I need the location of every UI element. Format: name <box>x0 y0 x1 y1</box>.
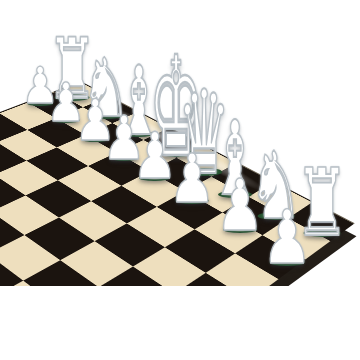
white-rook-piece: ♜ <box>47 43 97 99</box>
white-pawn-piece: ♟ <box>133 129 178 179</box>
white-bishop-piece: ♝ <box>211 142 259 196</box>
king-glyph: ♚ <box>149 38 203 176</box>
white-crop-mask <box>0 286 360 360</box>
pawn-glyph: ♟ <box>21 61 59 111</box>
pawn-glyph: ♟ <box>169 145 216 213</box>
pawn-glyph: ♟ <box>102 108 145 168</box>
white-pawn-piece: ♟ <box>262 208 312 264</box>
white-pawn-piece: ♟ <box>21 62 59 104</box>
pawn-glyph: ♟ <box>133 125 178 189</box>
pawn-glyph: ♟ <box>262 201 312 275</box>
pawn-glyph: ♟ <box>46 75 85 129</box>
rook-glyph: ♜ <box>295 156 349 249</box>
white-pawn-piece: ♟ <box>46 77 85 121</box>
white-queen-piece: ♛ <box>178 116 230 174</box>
white-knight-piece: ♞ <box>249 158 303 218</box>
white-pawn-piece: ♟ <box>74 94 115 140</box>
queen-glyph: ♛ <box>178 75 230 191</box>
white-king-piece: ♚ <box>149 95 203 155</box>
rook-glyph: ♜ <box>47 28 97 112</box>
white-knight-piece: ♞ <box>82 63 130 117</box>
white-pawn-piece: ♟ <box>169 150 216 202</box>
bishop-glyph: ♝ <box>117 54 162 149</box>
pawn-glyph: ♟ <box>74 92 115 149</box>
white-bishop-piece: ♝ <box>117 85 162 135</box>
white-pawn-piece: ♟ <box>102 111 145 159</box>
knight-glyph: ♞ <box>82 48 130 129</box>
bishop-glyph: ♝ <box>211 109 259 212</box>
white-rook-piece: ♜ <box>295 175 349 235</box>
chess-set-product-photo: ♜♟♞♟♝♟♚♟♛♟♝♟♞♟♜♟ <box>0 0 360 360</box>
knight-glyph: ♞ <box>249 139 303 232</box>
pawn-glyph: ♟ <box>216 170 264 241</box>
white-pawn-piece: ♟ <box>216 177 264 231</box>
